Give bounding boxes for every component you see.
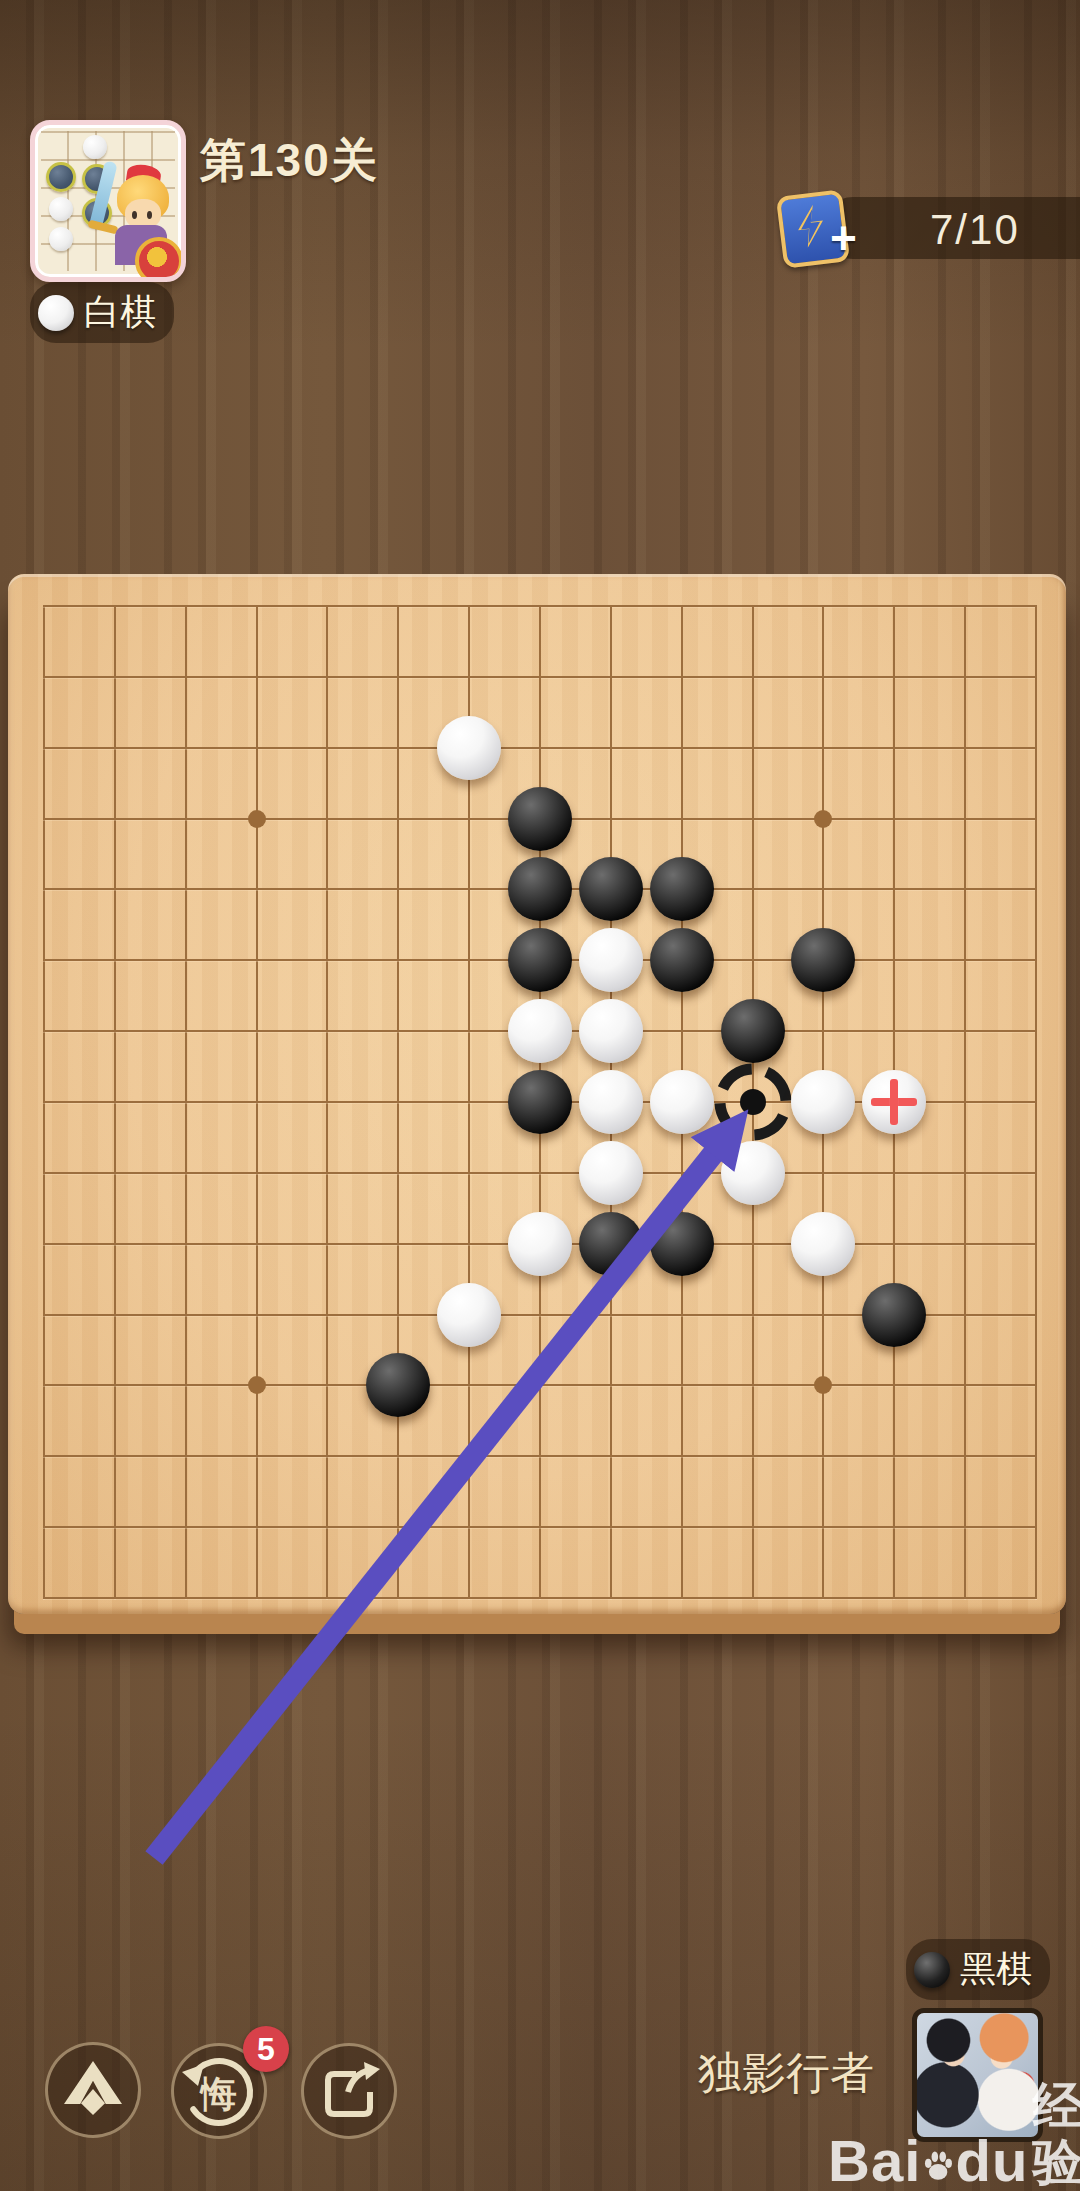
mini-white-stone: [83, 135, 107, 159]
stone-white: [579, 928, 643, 992]
home-button[interactable]: [45, 2042, 141, 2138]
player-side-badge: 白棋: [30, 282, 174, 343]
stone-black: [508, 857, 572, 921]
stone-black: [508, 928, 572, 992]
stone-white: [508, 999, 572, 1063]
star-point: [814, 810, 832, 828]
grid-line-horizontal: [43, 1526, 1037, 1528]
energy-add-button[interactable]: +: [830, 211, 857, 265]
watermark-du: du: [956, 2132, 1029, 2190]
undo-button[interactable]: 悔 5: [171, 2043, 267, 2139]
stone-black: [791, 928, 855, 992]
white-stone-icon: [38, 295, 74, 331]
level-title: 第130关: [200, 130, 379, 192]
star-point: [248, 810, 266, 828]
grid-line-vertical: [964, 605, 966, 1599]
level-thumbnail: [30, 120, 186, 282]
stone-black: [650, 928, 714, 992]
star-point: [814, 1376, 832, 1394]
knight-character: [89, 167, 179, 277]
grid-line-horizontal: [43, 1455, 1037, 1457]
energy-value: 7/10: [930, 206, 1020, 254]
stone-white: [508, 1212, 572, 1276]
mini-white-stone: [49, 197, 73, 221]
stone-white: [437, 716, 501, 780]
black-stone-icon: [914, 1952, 950, 1988]
stone-black: [579, 857, 643, 921]
share-button[interactable]: [301, 2043, 397, 2139]
stone-black: [650, 857, 714, 921]
stone-white: [579, 1070, 643, 1134]
watermark-bai: Bai: [828, 2132, 921, 2190]
opponent-side-label: 黑棋: [960, 1945, 1032, 1994]
lightning-bolt-inner: [796, 208, 826, 245]
baidu-paw-icon: [923, 2142, 953, 2190]
mini-white-stone: [49, 227, 73, 251]
undo-label: 悔: [174, 2070, 264, 2119]
stone-black: [508, 1070, 572, 1134]
grid-line-vertical: [1035, 605, 1037, 1599]
star-point: [248, 1376, 266, 1394]
mini-black-stone: [46, 162, 76, 192]
stone-white-red-cross: [862, 1070, 926, 1134]
stone-white: [579, 1141, 643, 1205]
stone-black: [508, 787, 572, 851]
grid-line-horizontal: [43, 1172, 1037, 1174]
opponent-side-badge: 黑棋: [906, 1939, 1050, 2000]
stone-white: [791, 1070, 855, 1134]
undo-count-badge: 5: [243, 2026, 289, 2072]
stone-white: [579, 999, 643, 1063]
grid-line-horizontal: [43, 1597, 1037, 1599]
stone-white: [437, 1283, 501, 1347]
share-icon: [304, 2046, 394, 2136]
baidu-watermark: Bai du 经验 jingyan.baidu.com: [828, 2078, 1080, 2191]
stone-black: [862, 1283, 926, 1347]
player-side-label: 白棋: [84, 288, 156, 337]
energy-counter[interactable]: + 7/10: [822, 197, 1080, 259]
stone-white: [791, 1212, 855, 1276]
watermark-jingyan: 经验: [1032, 2078, 1080, 2190]
board[interactable]: [8, 574, 1066, 1614]
stone-black: [366, 1353, 430, 1417]
